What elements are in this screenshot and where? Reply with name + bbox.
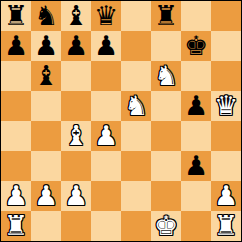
square-f4[interactable] — [151, 121, 181, 151]
square-a8[interactable]: ♜ — [1, 1, 31, 31]
square-h1[interactable]: ♜ — [211, 211, 241, 241]
square-a1[interactable]: ♜ — [1, 211, 31, 241]
square-e3[interactable] — [121, 151, 151, 181]
square-h6[interactable] — [211, 61, 241, 91]
square-f7[interactable] — [151, 31, 181, 61]
square-g3[interactable]: ♟ — [181, 151, 211, 181]
square-d4[interactable]: ♟ — [91, 121, 121, 151]
square-h2[interactable]: ♟ — [211, 181, 241, 211]
square-e4[interactable] — [121, 121, 151, 151]
piece-black-knight: ♞ — [34, 1, 58, 31]
piece-white-rook: ♜ — [4, 211, 28, 241]
piece-black-pawn: ♟ — [4, 31, 28, 61]
piece-black-rook: ♜ — [154, 1, 178, 31]
square-e1[interactable] — [121, 211, 151, 241]
square-g5[interactable]: ♟ — [181, 91, 211, 121]
square-b5[interactable] — [31, 91, 61, 121]
piece-black-pawn: ♟ — [184, 91, 208, 121]
square-a7[interactable]: ♟ — [1, 31, 31, 61]
square-b3[interactable] — [31, 151, 61, 181]
square-b7[interactable]: ♟ — [31, 31, 61, 61]
square-a4[interactable] — [1, 121, 31, 151]
piece-white-knight: ♞ — [154, 61, 178, 91]
square-d1[interactable] — [91, 211, 121, 241]
square-c4[interactable]: ♝ — [61, 121, 91, 151]
square-f5[interactable] — [151, 91, 181, 121]
square-e2[interactable] — [121, 181, 151, 211]
square-c6[interactable] — [61, 61, 91, 91]
square-a2[interactable]: ♟ — [1, 181, 31, 211]
piece-black-bishop: ♝ — [64, 1, 88, 31]
square-c5[interactable] — [61, 91, 91, 121]
square-e6[interactable] — [121, 61, 151, 91]
square-g7[interactable]: ♚ — [181, 31, 211, 61]
square-f1[interactable]: ♚ — [151, 211, 181, 241]
piece-white-pawn: ♟ — [94, 121, 118, 151]
square-e5[interactable]: ♞ — [121, 91, 151, 121]
square-g6[interactable] — [181, 61, 211, 91]
piece-black-pawn: ♟ — [34, 31, 58, 61]
piece-black-rook: ♜ — [4, 1, 28, 31]
piece-black-pawn: ♟ — [184, 151, 208, 181]
square-h5[interactable]: ♛ — [211, 91, 241, 121]
piece-white-pawn: ♟ — [214, 181, 238, 211]
square-d6[interactable] — [91, 61, 121, 91]
square-f2[interactable] — [151, 181, 181, 211]
square-c7[interactable]: ♟ — [61, 31, 91, 61]
square-b6[interactable]: ♝ — [31, 61, 61, 91]
square-d2[interactable] — [91, 181, 121, 211]
piece-black-pawn: ♟ — [94, 31, 118, 61]
square-b8[interactable]: ♞ — [31, 1, 61, 31]
square-d8[interactable]: ♛ — [91, 1, 121, 31]
square-g1[interactable] — [181, 211, 211, 241]
square-c1[interactable] — [61, 211, 91, 241]
square-a6[interactable] — [1, 61, 31, 91]
piece-white-bishop: ♝ — [64, 121, 88, 151]
square-a3[interactable] — [1, 151, 31, 181]
square-h8[interactable] — [211, 1, 241, 31]
square-f3[interactable] — [151, 151, 181, 181]
square-b1[interactable] — [31, 211, 61, 241]
square-a5[interactable] — [1, 91, 31, 121]
square-f6[interactable]: ♞ — [151, 61, 181, 91]
square-b2[interactable]: ♟ — [31, 181, 61, 211]
square-e7[interactable] — [121, 31, 151, 61]
square-f8[interactable]: ♜ — [151, 1, 181, 31]
square-h4[interactable] — [211, 121, 241, 151]
square-d7[interactable]: ♟ — [91, 31, 121, 61]
piece-white-pawn: ♟ — [34, 181, 58, 211]
chess-board: ♜♞♝♛♜♟♟♟♟♚♝♞♞♟♛♝♟♟♟♟♟♟♜♚♜ — [0, 0, 242, 242]
square-g4[interactable] — [181, 121, 211, 151]
square-h7[interactable] — [211, 31, 241, 61]
piece-black-pawn: ♟ — [64, 31, 88, 61]
square-e8[interactable] — [121, 1, 151, 31]
square-c8[interactable]: ♝ — [61, 1, 91, 31]
piece-white-king: ♚ — [154, 211, 178, 241]
piece-white-pawn: ♟ — [64, 181, 88, 211]
square-g2[interactable] — [181, 181, 211, 211]
square-b4[interactable] — [31, 121, 61, 151]
square-c3[interactable] — [61, 151, 91, 181]
square-c2[interactable]: ♟ — [61, 181, 91, 211]
square-g8[interactable] — [181, 1, 211, 31]
piece-black-king: ♚ — [184, 31, 208, 61]
square-d3[interactable] — [91, 151, 121, 181]
piece-black-bishop: ♝ — [34, 61, 58, 91]
piece-white-pawn: ♟ — [4, 181, 28, 211]
piece-white-knight: ♞ — [124, 91, 148, 121]
square-d5[interactable] — [91, 91, 121, 121]
piece-white-queen: ♛ — [214, 91, 238, 121]
piece-black-queen: ♛ — [94, 1, 118, 31]
piece-white-rook: ♜ — [214, 211, 238, 241]
square-h3[interactable] — [211, 151, 241, 181]
